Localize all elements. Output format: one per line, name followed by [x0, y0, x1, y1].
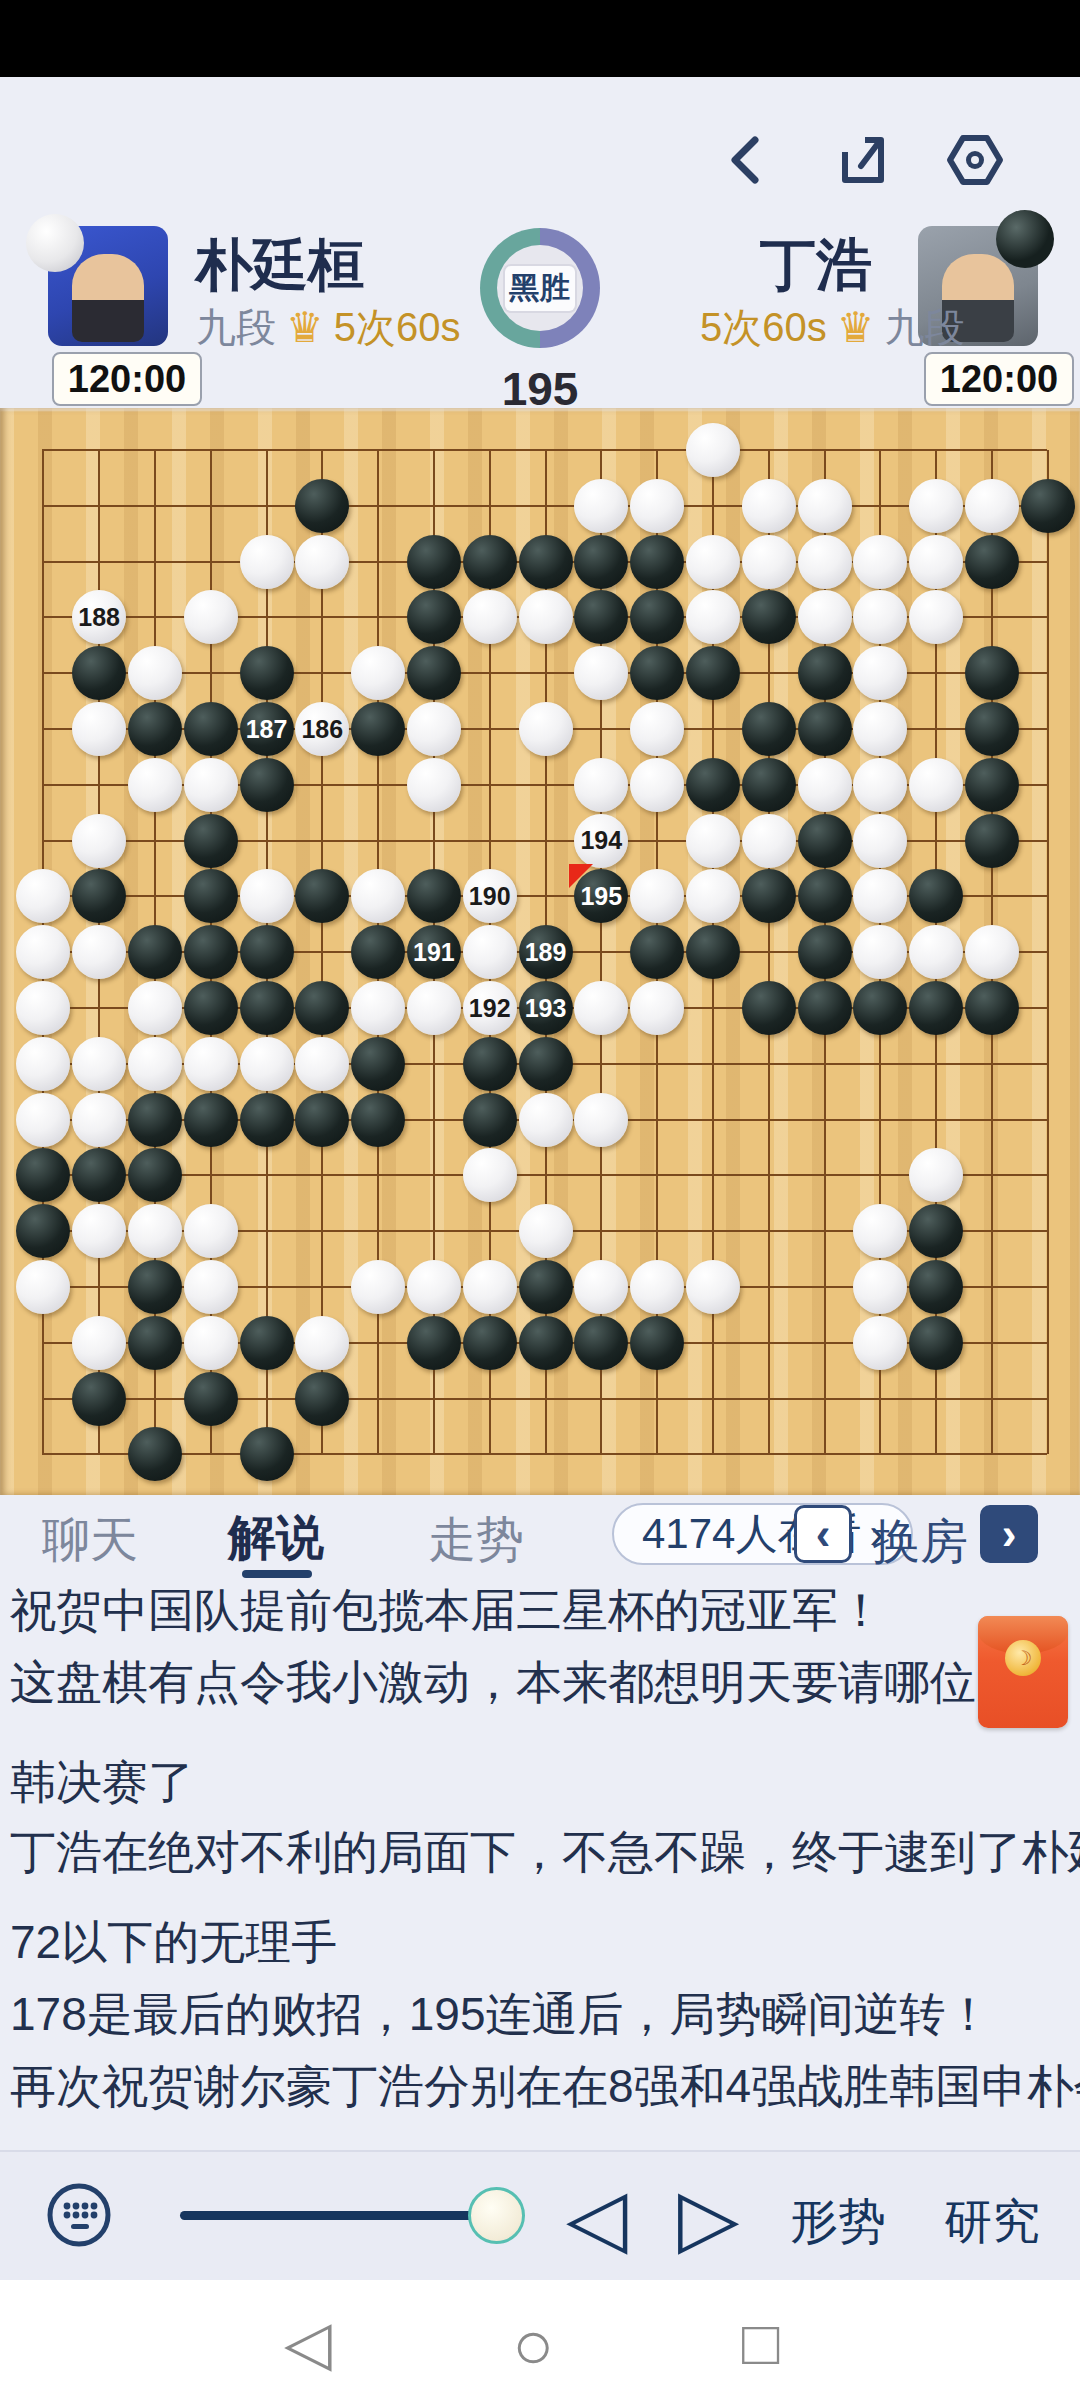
stone-black	[1021, 479, 1075, 533]
commentary-line: 178是最后的败招，195连通后，局势瞬间逆转！	[10, 1984, 1080, 2046]
red-envelope-icon[interactable]: ☽	[978, 1616, 1068, 1728]
research-button[interactable]: 研究	[944, 2190, 1040, 2254]
stone-black	[16, 1204, 70, 1258]
stone-black	[742, 869, 796, 923]
stone-white	[184, 1037, 238, 1091]
white-stone-icon	[26, 214, 84, 272]
stone-white	[965, 925, 1019, 979]
stone-black: 189	[519, 925, 573, 979]
stone-white	[184, 1204, 238, 1258]
stone-white	[295, 535, 349, 589]
stone-white: 190	[463, 869, 517, 923]
stone-white	[128, 1037, 182, 1091]
stone-white	[798, 535, 852, 589]
stone-black	[407, 1316, 461, 1370]
stone-white	[519, 590, 573, 644]
stone-white	[240, 535, 294, 589]
stone-white	[351, 869, 405, 923]
byoyomi-right: 5次60s	[700, 300, 827, 355]
stone-black	[798, 981, 852, 1035]
stone-black	[798, 646, 852, 700]
result-ring-inner: 黑胜	[497, 245, 583, 331]
tab-chat[interactable]: 聊天	[42, 1508, 138, 1572]
stone-white	[16, 981, 70, 1035]
stone-white	[853, 758, 907, 812]
stone-black	[463, 1037, 517, 1091]
envelope-seal: ☽	[1005, 1640, 1041, 1676]
stone-white	[853, 1316, 907, 1370]
stone-black	[184, 1093, 238, 1147]
stone-white	[686, 869, 740, 923]
move-number-label: 191	[413, 940, 455, 965]
stone-white	[72, 814, 126, 868]
stone-white	[630, 869, 684, 923]
stone-black	[407, 646, 461, 700]
tab-underline	[242, 1570, 312, 1578]
stone-black	[240, 925, 294, 979]
move-slider-thumb[interactable]	[468, 2187, 525, 2244]
stone-black	[519, 1037, 573, 1091]
stone-black: 191	[407, 925, 461, 979]
stone-black	[72, 646, 126, 700]
stone-white	[463, 590, 517, 644]
stone-white	[686, 590, 740, 644]
room-label: 换房	[872, 1510, 968, 1574]
stone-black	[407, 590, 461, 644]
stone-black	[574, 535, 628, 589]
stone-white	[853, 1260, 907, 1314]
stone-black	[742, 590, 796, 644]
player-rank-left: 九段 ♛ 5次60s	[196, 300, 460, 355]
result-ring: 黑胜	[480, 228, 600, 348]
stone-black	[240, 758, 294, 812]
stone-white	[853, 590, 907, 644]
stone-black	[16, 1148, 70, 1202]
stone-black	[240, 1093, 294, 1147]
stone-white	[909, 1148, 963, 1202]
stone-white	[853, 869, 907, 923]
stone-black	[351, 702, 405, 756]
stone-white	[519, 702, 573, 756]
stone-white	[128, 646, 182, 700]
stone-white	[16, 1037, 70, 1091]
commentary-line: 丁浩在绝对不利的局面下，不急不躁，终于逮到了朴廷桓1	[10, 1822, 1080, 1884]
stone-black	[630, 590, 684, 644]
move-number-label: 188	[78, 605, 120, 630]
stone-white	[909, 758, 963, 812]
stone-white	[965, 479, 1019, 533]
rank-left-label: 九段	[196, 300, 276, 355]
viewers-badge[interactable]: 4174人在看 ›	[612, 1503, 913, 1565]
stone-white	[407, 1260, 461, 1314]
stone-white	[574, 758, 628, 812]
stone-white	[295, 1316, 349, 1370]
stone-white	[686, 535, 740, 589]
stone-black	[686, 646, 740, 700]
stone-black	[240, 1316, 294, 1370]
tab-commentary[interactable]: 解说	[228, 1506, 324, 1570]
crown-icon: ♛	[837, 303, 875, 352]
result-badge: 黑胜	[505, 266, 575, 311]
stone-black	[686, 758, 740, 812]
last-move-marker	[569, 864, 593, 888]
move-number-label: 186	[301, 717, 343, 742]
stone-white: 186	[295, 702, 349, 756]
stone-black	[742, 981, 796, 1035]
room-next-button[interactable]: ›	[980, 1505, 1038, 1563]
commentary-line: 72以下的无理手	[10, 1912, 1080, 1974]
settings-icon[interactable]	[945, 130, 1005, 190]
move-number-label: 192	[469, 996, 511, 1021]
stone-black	[295, 1093, 349, 1147]
stone-black	[128, 1148, 182, 1202]
stone-white	[574, 479, 628, 533]
stone-black	[72, 869, 126, 923]
stone-black	[184, 869, 238, 923]
stone-black	[965, 981, 1019, 1035]
stone-white	[72, 1093, 126, 1147]
stone-white	[407, 702, 461, 756]
move-slider-track[interactable]	[180, 2211, 500, 2220]
commentary-line: 再次祝贺谢尔豪丁浩分别在在8强和4强战胜韩国申朴会师	[10, 2056, 1080, 2118]
move-number-label: 190	[469, 884, 511, 909]
stone-white	[630, 758, 684, 812]
stone-white	[909, 535, 963, 589]
stone-black	[742, 758, 796, 812]
stone-white	[574, 1093, 628, 1147]
stone-white	[853, 1204, 907, 1258]
stone-white	[630, 479, 684, 533]
stone-black	[574, 1316, 628, 1370]
stone-black	[909, 869, 963, 923]
stone-white	[184, 1260, 238, 1314]
stone-white	[630, 1260, 684, 1314]
stone-black	[407, 535, 461, 589]
stone-white	[853, 535, 907, 589]
stone-black	[128, 1316, 182, 1370]
stone-black	[240, 1427, 294, 1481]
commentary-line: 这盘棋有点令我小激动，本来都想明天要请哪位大高	[10, 1652, 1080, 1714]
stone-black	[295, 479, 349, 533]
stone-black	[798, 925, 852, 979]
stone-white	[909, 590, 963, 644]
stone-white	[909, 925, 963, 979]
stone-white	[407, 758, 461, 812]
stone-white	[128, 1204, 182, 1258]
stone-white: 194	[574, 814, 628, 868]
stone-white	[16, 1093, 70, 1147]
grid-line	[1047, 450, 1049, 1454]
stone-white	[72, 1316, 126, 1370]
stone-black	[965, 814, 1019, 868]
go-board[interactable]: 188187186194190195191189192193	[0, 408, 1080, 1495]
stone-white	[16, 925, 70, 979]
stone-white	[686, 1260, 740, 1314]
stone-black	[798, 814, 852, 868]
stone-white	[240, 869, 294, 923]
crown-icon: ♛	[286, 303, 324, 352]
stone-white	[853, 814, 907, 868]
stone-white: 192	[463, 981, 517, 1035]
status-bar	[0, 0, 1080, 77]
stone-black	[351, 1037, 405, 1091]
stone-white	[630, 702, 684, 756]
stone-white	[686, 423, 740, 477]
stone-black	[630, 646, 684, 700]
stone-white	[519, 1204, 573, 1258]
stone-black	[295, 981, 349, 1035]
stone-black	[128, 1260, 182, 1314]
move-number-label: 193	[525, 996, 567, 1021]
stone-white	[463, 1148, 517, 1202]
stone-white	[742, 814, 796, 868]
stone-black	[128, 702, 182, 756]
stone-black	[128, 1093, 182, 1147]
stone-black	[574, 590, 628, 644]
stone-white	[798, 590, 852, 644]
stone-white	[184, 590, 238, 644]
stone-white	[72, 702, 126, 756]
stone-white	[853, 646, 907, 700]
stone-white	[240, 1037, 294, 1091]
android-home-icon[interactable]: ○	[512, 2310, 554, 2380]
stone-black	[909, 1260, 963, 1314]
stone-white	[686, 814, 740, 868]
stone-black	[519, 1260, 573, 1314]
byoyomi-left: 5次60s	[334, 300, 461, 355]
stone-white	[351, 981, 405, 1035]
black-stone-icon	[996, 210, 1054, 268]
stone-white	[630, 981, 684, 1035]
stone-black	[184, 702, 238, 756]
move-number-label: 187	[246, 717, 288, 742]
tab-trend[interactable]: 走势	[428, 1508, 524, 1572]
stone-black	[965, 646, 1019, 700]
stone-black	[798, 869, 852, 923]
stone-black	[295, 869, 349, 923]
stone-white	[72, 1037, 126, 1091]
grid-line	[42, 1174, 1046, 1176]
stone-black	[965, 702, 1019, 756]
android-back-icon[interactable]: ◁	[284, 2312, 332, 2374]
commentary-line: 祝贺中国队提前包揽本届三星杯的冠亚军！	[10, 1580, 1080, 1642]
next-move-button[interactable]: ▷	[678, 2178, 740, 2258]
stone-black	[463, 535, 517, 589]
stone-black	[184, 925, 238, 979]
stone-white	[574, 1260, 628, 1314]
stone-black	[909, 1204, 963, 1258]
stone-white	[798, 758, 852, 812]
player-name-right: 丁浩	[760, 228, 872, 304]
stone-black	[184, 981, 238, 1035]
player-rank-right: 5次60s ♛ 九段	[700, 300, 964, 355]
stone-black	[72, 1148, 126, 1202]
stone-white	[184, 758, 238, 812]
stone-black	[630, 535, 684, 589]
stone-white	[742, 535, 796, 589]
stone-white	[128, 758, 182, 812]
stone-white	[574, 646, 628, 700]
stone-white	[853, 925, 907, 979]
stone-black	[128, 925, 182, 979]
stone-white	[72, 1204, 126, 1258]
stone-white	[351, 646, 405, 700]
app-screen: 朴廷桓 九段 ♛ 5次60s 120:00 丁浩 5次60s ♛ 九段 120:…	[0, 0, 1080, 2400]
move-number-label: 189	[525, 940, 567, 965]
bottom-toolbar	[0, 2150, 1080, 2280]
stone-white	[16, 1260, 70, 1314]
commentary-line: 韩决赛了	[10, 1752, 1080, 1814]
stone-white: 188	[72, 590, 126, 644]
prev-move-button[interactable]: ◁	[566, 2178, 628, 2258]
stone-white	[128, 981, 182, 1035]
stone-white	[519, 1093, 573, 1147]
stone-black	[72, 1372, 126, 1426]
stone-white	[407, 981, 461, 1035]
stone-black	[965, 758, 1019, 812]
stone-black	[909, 1316, 963, 1370]
stone-black	[184, 814, 238, 868]
player-name-left: 朴廷桓	[196, 228, 364, 304]
stone-black	[407, 869, 461, 923]
stone-white	[853, 702, 907, 756]
back-icon[interactable]	[717, 130, 777, 190]
stone-white	[16, 869, 70, 923]
stone-black	[686, 925, 740, 979]
stone-white	[909, 479, 963, 533]
stone-black	[295, 1372, 349, 1426]
stone-white	[295, 1037, 349, 1091]
stone-black: 187	[240, 702, 294, 756]
grid-line	[42, 1453, 1046, 1455]
stone-black	[519, 1316, 573, 1370]
stone-black	[798, 702, 852, 756]
stone-black	[630, 925, 684, 979]
stone-black	[240, 981, 294, 1035]
stone-black	[463, 1316, 517, 1370]
avatar-left-face	[72, 254, 144, 342]
stone-white	[574, 981, 628, 1035]
stone-white	[742, 479, 796, 533]
stone-black: 193	[519, 981, 573, 1035]
stone-black	[630, 1316, 684, 1370]
stone-black	[128, 1427, 182, 1481]
situation-button[interactable]: 形势	[790, 2190, 886, 2254]
share-icon[interactable]	[831, 130, 891, 190]
stone-black	[909, 981, 963, 1035]
room-prev-button[interactable]: ‹	[794, 1505, 852, 1563]
stone-black	[965, 535, 1019, 589]
stone-black	[184, 1372, 238, 1426]
rank-right-label: 九段	[884, 300, 964, 355]
stone-black	[240, 646, 294, 700]
keyboard-icon[interactable]	[46, 2182, 112, 2248]
move-number-label: 194	[580, 828, 622, 853]
stone-black	[351, 1093, 405, 1147]
stone-black	[351, 925, 405, 979]
stone-white	[351, 1260, 405, 1314]
stone-black	[519, 535, 573, 589]
stone-white	[463, 1260, 517, 1314]
stone-black	[742, 702, 796, 756]
stone-black: 195	[574, 869, 628, 923]
android-recents-icon[interactable]: □	[742, 2312, 779, 2374]
stone-white	[184, 1316, 238, 1370]
stone-white	[463, 925, 517, 979]
stone-black	[463, 1093, 517, 1147]
stone-white	[798, 479, 852, 533]
stone-white	[72, 925, 126, 979]
stone-black	[853, 981, 907, 1035]
